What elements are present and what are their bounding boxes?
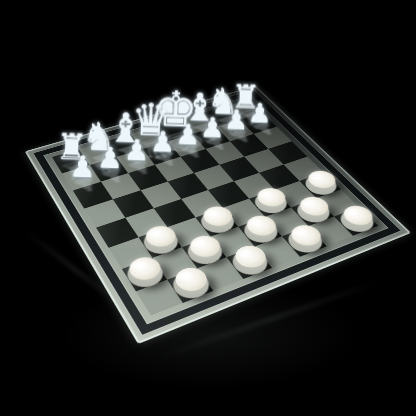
product-photo: ♜♜♞♞♝♝♛♛♚♚♝♝♞♞♜♜♟♟♟♟♟♟♟♟♟♟♟♟♟♟♟♟ xyxy=(0,0,416,416)
scene: ♜♜♞♞♝♝♛♛♚♚♝♝♞♞♜♜♟♟♟♟♟♟♟♟♟♟♟♟♟♟♟♟ xyxy=(0,0,416,416)
checker-disc-g2[interactable] xyxy=(294,194,333,219)
board-grid: ♜♜♞♞♝♝♛♛♚♚♝♝♞♞♜♜♟♟♟♟♟♟♟♟♟♟♟♟♟♟♟♟ xyxy=(52,100,378,316)
glass-chessboard: ♜♜♞♞♝♝♛♛♚♚♝♝♞♞♜♜♟♟♟♟♟♟♟♟♟♟♟♟♟♟♟♟ xyxy=(25,86,411,344)
checker-disc-f3[interactable] xyxy=(252,185,290,209)
